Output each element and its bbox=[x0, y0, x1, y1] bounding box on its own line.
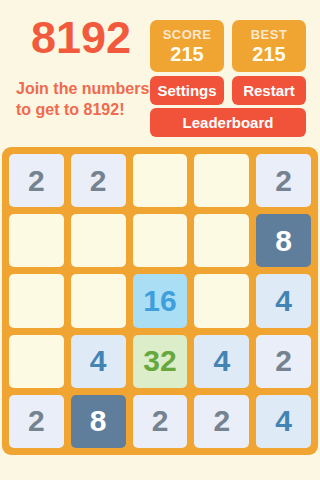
empty-cell-r2c2 bbox=[71, 214, 126, 267]
tile-8-r5c2: 8 bbox=[71, 395, 126, 448]
score-label: SCORE bbox=[163, 27, 212, 42]
tile-16-r3c3: 16 bbox=[133, 274, 188, 327]
empty-cell-r4c1 bbox=[9, 335, 64, 388]
tile-4-r3c5: 4 bbox=[256, 274, 311, 327]
restart-button[interactable]: Restart bbox=[232, 76, 306, 105]
tile-2-r5c4: 2 bbox=[194, 395, 249, 448]
tile-2-r5c1: 2 bbox=[9, 395, 64, 448]
leaderboard-button[interactable]: Leaderboard bbox=[150, 108, 306, 137]
empty-cell-r1c3 bbox=[133, 154, 188, 207]
score-value: 215 bbox=[170, 43, 203, 66]
tile-2-r1c2: 2 bbox=[71, 154, 126, 207]
app-title: 8192 bbox=[16, 12, 146, 64]
best-value: 215 bbox=[252, 43, 285, 66]
empty-cell-r3c4 bbox=[194, 274, 249, 327]
tile-2-r5c3: 2 bbox=[133, 395, 188, 448]
tile-32-r4c3: 32 bbox=[133, 335, 188, 388]
settings-button[interactable]: Settings bbox=[150, 76, 224, 105]
tagline: Join the numbers to get to 8192! bbox=[16, 78, 156, 120]
tile-8-r2c5: 8 bbox=[256, 214, 311, 267]
tile-4-r5c5: 4 bbox=[256, 395, 311, 448]
tile-4-r4c4: 4 bbox=[194, 335, 249, 388]
best-label: BEST bbox=[251, 27, 288, 42]
empty-cell-r1c4 bbox=[194, 154, 249, 207]
empty-cell-r2c1 bbox=[9, 214, 64, 267]
tile-2-r1c1: 2 bbox=[9, 154, 64, 207]
tagline-line2: to get to 8192! bbox=[16, 101, 124, 118]
tile-2-r1c5: 2 bbox=[256, 154, 311, 207]
tile-2-r4c5: 2 bbox=[256, 335, 311, 388]
best-box: BEST 215 bbox=[232, 20, 306, 72]
empty-cell-r2c4 bbox=[194, 214, 249, 267]
empty-cell-r3c2 bbox=[71, 274, 126, 327]
tagline-line1: Join the numbers bbox=[16, 80, 149, 97]
empty-cell-r3c1 bbox=[9, 274, 64, 327]
tile-4-r4c2: 4 bbox=[71, 335, 126, 388]
empty-cell-r2c3 bbox=[133, 214, 188, 267]
game-board[interactable]: 22281644324228224 bbox=[2, 147, 318, 455]
score-box: SCORE 215 bbox=[150, 20, 224, 72]
